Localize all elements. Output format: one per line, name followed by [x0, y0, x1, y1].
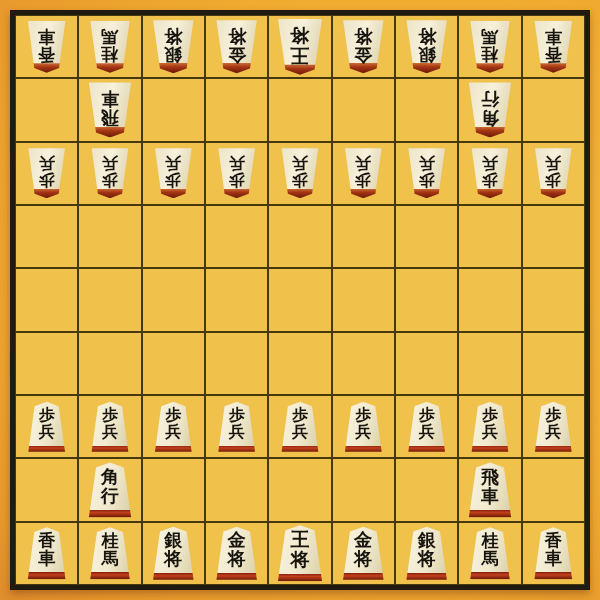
square-5h[interactable]: [268, 458, 331, 521]
square-6f[interactable]: [205, 332, 268, 395]
piece-gold-sente[interactable]: 金将: [215, 527, 258, 580]
square-7a[interactable]: 銀将: [142, 15, 205, 78]
square-4e[interactable]: [332, 268, 395, 331]
square-1i[interactable]: 香車: [522, 522, 585, 585]
piece-kanji: 香車: [545, 27, 562, 67]
piece-bishop-sente[interactable]: 角行: [87, 462, 132, 517]
piece-lance-gote[interactable]: 香車: [533, 21, 573, 73]
piece-knight-gote[interactable]: 桂馬: [89, 21, 131, 73]
piece-kanji: 桂馬: [101, 27, 118, 67]
piece-gold-gote[interactable]: 金将: [342, 20, 385, 73]
piece-kanji: 歩兵: [482, 407, 498, 447]
square-2e[interactable]: [458, 268, 521, 331]
piece-pawn-gote[interactable]: 歩兵: [27, 148, 66, 198]
piece-kanji: 香車: [545, 532, 562, 574]
square-9i[interactable]: 香車: [15, 522, 78, 585]
piece-pawn-sente[interactable]: 歩兵: [217, 402, 256, 452]
piece-kanji: 桂馬: [481, 532, 498, 574]
piece-kanji: 金将: [228, 26, 246, 68]
piece-pawn-sente[interactable]: 歩兵: [407, 402, 446, 452]
square-9a[interactable]: 香車: [15, 15, 78, 78]
square-6d[interactable]: [205, 205, 268, 268]
piece-lance-sente[interactable]: 香車: [27, 527, 67, 579]
piece-pawn-gote[interactable]: 歩兵: [407, 148, 446, 198]
square-7i[interactable]: 銀将: [142, 522, 205, 585]
square-4b[interactable]: [332, 78, 395, 141]
piece-kanji: 歩兵: [102, 407, 118, 447]
square-4a[interactable]: 金将: [332, 15, 395, 78]
square-4d[interactable]: [332, 205, 395, 268]
piece-kanji: 歩兵: [482, 154, 498, 192]
piece-pawn-sente[interactable]: 歩兵: [470, 402, 509, 452]
piece-kanji: 銀将: [418, 531, 436, 575]
piece-rook-sente[interactable]: 飛車: [467, 462, 512, 517]
square-7c[interactable]: 歩兵: [142, 142, 205, 205]
square-2h[interactable]: 飛車: [458, 458, 521, 521]
square-7d[interactable]: [142, 205, 205, 268]
piece-kanji: 歩兵: [292, 154, 308, 192]
square-3d[interactable]: [395, 205, 458, 268]
square-1b[interactable]: [522, 78, 585, 141]
square-9b[interactable]: [15, 78, 78, 141]
square-5e[interactable]: [268, 268, 331, 331]
shogi-board: 香車桂馬銀将金将王将金将銀将桂馬香車飛車角行歩兵歩兵歩兵歩兵歩兵歩兵歩兵歩兵歩兵…: [15, 15, 585, 585]
square-6i[interactable]: 金将: [205, 522, 268, 585]
piece-kanji: 銀将: [164, 531, 182, 575]
square-9d[interactable]: [15, 205, 78, 268]
square-6b[interactable]: [205, 78, 268, 141]
square-4g[interactable]: 歩兵: [332, 395, 395, 458]
piece-kanji: 歩兵: [355, 407, 371, 447]
piece-kanji: 桂馬: [101, 532, 118, 574]
piece-kanji: 角行: [481, 89, 499, 131]
piece-pawn-gote[interactable]: 歩兵: [470, 148, 509, 198]
square-2f[interactable]: [458, 332, 521, 395]
piece-kanji: 歩兵: [229, 407, 245, 447]
square-5g[interactable]: 歩兵: [268, 395, 331, 458]
square-6c[interactable]: 歩兵: [205, 142, 268, 205]
piece-kanji: 角行: [101, 468, 119, 512]
piece-knight-gote[interactable]: 桂馬: [469, 21, 511, 73]
square-2d[interactable]: [458, 205, 521, 268]
piece-kanji: 歩兵: [102, 154, 118, 192]
square-7b[interactable]: [142, 78, 205, 141]
square-8b[interactable]: 飛車: [78, 78, 141, 141]
square-5i[interactable]: 王将: [268, 522, 331, 585]
piece-gold-gote[interactable]: 金将: [215, 20, 258, 73]
piece-pawn-sente[interactable]: 歩兵: [154, 402, 193, 452]
square-9c[interactable]: 歩兵: [15, 142, 78, 205]
square-5c[interactable]: 歩兵: [268, 142, 331, 205]
square-8c[interactable]: 歩兵: [78, 142, 141, 205]
piece-pawn-gote[interactable]: 歩兵: [217, 148, 256, 198]
piece-kanji: 歩兵: [419, 407, 435, 447]
square-1h[interactable]: [522, 458, 585, 521]
piece-pawn-sente[interactable]: 歩兵: [280, 402, 319, 452]
piece-pawn-gote[interactable]: 歩兵: [534, 148, 573, 198]
piece-silver-gote[interactable]: 銀将: [152, 20, 195, 73]
board-frame: 香車桂馬銀将金将王将金将銀将桂馬香車飛車角行歩兵歩兵歩兵歩兵歩兵歩兵歩兵歩兵歩兵…: [10, 10, 590, 590]
piece-kanji: 歩兵: [545, 154, 561, 192]
square-5a[interactable]: 王将: [268, 15, 331, 78]
piece-lance-gote[interactable]: 香車: [27, 21, 67, 73]
piece-kanji: 歩兵: [165, 154, 181, 192]
square-6a[interactable]: 金将: [205, 15, 268, 78]
piece-pawn-sente[interactable]: 歩兵: [534, 402, 573, 452]
piece-gold-sente[interactable]: 金将: [342, 527, 385, 580]
shogi-app: 香車桂馬銀将金将王将金将銀将桂馬香車飛車角行歩兵歩兵歩兵歩兵歩兵歩兵歩兵歩兵歩兵…: [0, 0, 600, 600]
square-4f[interactable]: [332, 332, 395, 395]
square-3h[interactable]: [395, 458, 458, 521]
square-5f[interactable]: [268, 332, 331, 395]
piece-silver-sente[interactable]: 銀将: [152, 527, 195, 580]
square-5d[interactable]: [268, 205, 331, 268]
square-8d[interactable]: [78, 205, 141, 268]
square-3c[interactable]: 歩兵: [395, 142, 458, 205]
piece-kanji: 王将: [290, 25, 309, 69]
piece-kanji: 歩兵: [229, 154, 245, 192]
piece-kanji: 歩兵: [292, 407, 308, 447]
piece-kanji: 香車: [38, 27, 55, 67]
square-2i[interactable]: 桂馬: [458, 522, 521, 585]
square-3b[interactable]: [395, 78, 458, 141]
square-9f[interactable]: [15, 332, 78, 395]
piece-bishop-gote[interactable]: 角行: [467, 82, 512, 137]
piece-silver-gote[interactable]: 銀将: [405, 20, 448, 73]
piece-king-sente[interactable]: 王将: [276, 525, 323, 581]
piece-kanji: 歩兵: [165, 407, 181, 447]
square-8h[interactable]: 角行: [78, 458, 141, 521]
piece-kanji: 香車: [38, 532, 55, 574]
square-6e[interactable]: [205, 268, 268, 331]
square-3g[interactable]: 歩兵: [395, 395, 458, 458]
square-6g[interactable]: 歩兵: [205, 395, 268, 458]
square-7g[interactable]: 歩兵: [142, 395, 205, 458]
square-9h[interactable]: [15, 458, 78, 521]
square-4c[interactable]: 歩兵: [332, 142, 395, 205]
piece-pawn-gote[interactable]: 歩兵: [344, 148, 383, 198]
square-2g[interactable]: 歩兵: [458, 395, 521, 458]
piece-pawn-sente[interactable]: 歩兵: [344, 402, 383, 452]
square-9g[interactable]: 歩兵: [15, 395, 78, 458]
square-9e[interactable]: [15, 268, 78, 331]
piece-king-gote[interactable]: 王将: [276, 19, 323, 75]
square-5b[interactable]: [268, 78, 331, 141]
piece-kanji: 桂馬: [481, 27, 498, 67]
square-3e[interactable]: [395, 268, 458, 331]
square-7h[interactable]: [142, 458, 205, 521]
piece-knight-sente[interactable]: 桂馬: [469, 527, 511, 579]
square-8e[interactable]: [78, 268, 141, 331]
square-3f[interactable]: [395, 332, 458, 395]
piece-kanji: 歩兵: [545, 407, 561, 447]
square-6h[interactable]: [205, 458, 268, 521]
square-7f[interactable]: [142, 332, 205, 395]
square-1d[interactable]: [522, 205, 585, 268]
piece-rook-gote[interactable]: 飛車: [87, 82, 132, 137]
piece-pawn-sente[interactable]: 歩兵: [90, 402, 129, 452]
square-1e[interactable]: [522, 268, 585, 331]
piece-kanji: 銀将: [164, 26, 182, 68]
piece-silver-sente[interactable]: 銀将: [405, 527, 448, 580]
square-4h[interactable]: [332, 458, 395, 521]
piece-kanji: 飛車: [101, 89, 119, 131]
square-8i[interactable]: 桂馬: [78, 522, 141, 585]
piece-kanji: 歩兵: [39, 407, 55, 447]
piece-pawn-gote[interactable]: 歩兵: [280, 148, 319, 198]
piece-pawn-sente[interactable]: 歩兵: [27, 402, 66, 452]
square-3i[interactable]: 銀将: [395, 522, 458, 585]
square-8f[interactable]: [78, 332, 141, 395]
piece-kanji: 歩兵: [39, 154, 55, 192]
square-4i[interactable]: 金将: [332, 522, 395, 585]
square-8g[interactable]: 歩兵: [78, 395, 141, 458]
square-8a[interactable]: 桂馬: [78, 15, 141, 78]
square-1g[interactable]: 歩兵: [522, 395, 585, 458]
piece-kanji: 金将: [228, 531, 246, 575]
piece-kanji: 歩兵: [355, 154, 371, 192]
square-1c[interactable]: 歩兵: [522, 142, 585, 205]
piece-pawn-gote[interactable]: 歩兵: [90, 148, 129, 198]
piece-kanji: 王将: [290, 530, 309, 576]
square-1f[interactable]: [522, 332, 585, 395]
piece-knight-sente[interactable]: 桂馬: [89, 527, 131, 579]
square-2c[interactable]: 歩兵: [458, 142, 521, 205]
piece-lance-sente[interactable]: 香車: [533, 527, 573, 579]
piece-kanji: 銀将: [418, 26, 436, 68]
square-1a[interactable]: 香車: [522, 15, 585, 78]
piece-pawn-gote[interactable]: 歩兵: [154, 148, 193, 198]
piece-kanji: 金将: [354, 26, 372, 68]
piece-kanji: 飛車: [481, 468, 499, 512]
square-2a[interactable]: 桂馬: [458, 15, 521, 78]
piece-kanji: 金将: [354, 531, 372, 575]
piece-kanji: 歩兵: [419, 154, 435, 192]
square-7e[interactable]: [142, 268, 205, 331]
square-2b[interactable]: 角行: [458, 78, 521, 141]
square-3a[interactable]: 銀将: [395, 15, 458, 78]
